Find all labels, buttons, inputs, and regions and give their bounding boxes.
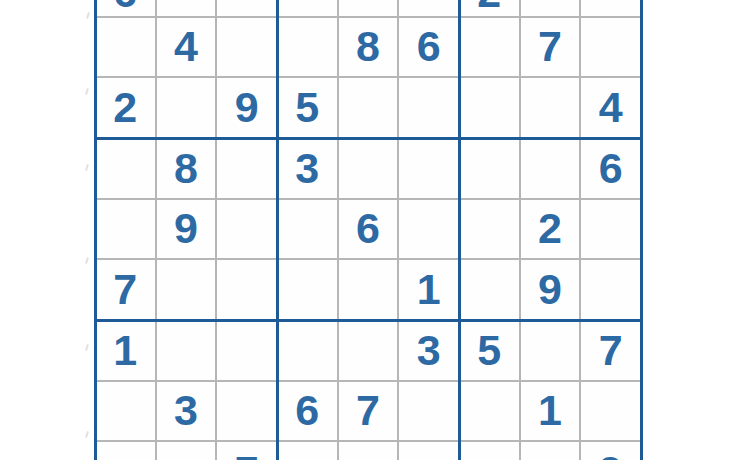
cell-r4c7[interactable]	[459, 138, 520, 199]
cell-r6c8[interactable]: 9	[520, 259, 581, 320]
cell-r2c2[interactable]: 4	[156, 17, 217, 78]
given-digit: 6	[599, 147, 623, 190]
cell-r9c5[interactable]	[338, 441, 399, 460]
margin-artifact	[86, 12, 90, 19]
cell-r8c1[interactable]	[95, 381, 156, 442]
given-digit: 1	[417, 268, 441, 311]
cell-r2c8[interactable]: 7	[520, 17, 581, 78]
cell-r1c1[interactable]: 6	[95, 0, 156, 17]
cell-r7c1[interactable]: 1	[95, 320, 156, 381]
cell-r4c3[interactable]	[216, 138, 277, 199]
cell-r1c2[interactable]	[156, 0, 217, 17]
cell-r3c1[interactable]: 2	[95, 77, 156, 138]
cell-r5c6[interactable]	[398, 199, 459, 260]
cell-r4c6[interactable]	[398, 138, 459, 199]
given-digit: 7	[356, 389, 380, 432]
cell-r8c4[interactable]: 6	[277, 381, 338, 442]
cell-r8c2[interactable]: 3	[156, 381, 217, 442]
cell-r5c2[interactable]: 9	[156, 199, 217, 260]
given-digit: 4	[599, 86, 623, 129]
cell-r3c2[interactable]	[156, 77, 217, 138]
cell-r1c4[interactable]	[277, 0, 338, 17]
cell-r8c3[interactable]	[216, 381, 277, 442]
cell-r6c1[interactable]: 7	[95, 259, 156, 320]
given-digit: 9	[538, 268, 562, 311]
cell-r9c7[interactable]	[459, 441, 520, 460]
cell-r4c5[interactable]	[338, 138, 399, 199]
cell-r9c8[interactable]	[520, 441, 581, 460]
sudoku-board: 62486729548369627191357367179	[95, 0, 641, 460]
given-digit: 2	[477, 0, 501, 14]
cell-r2c9[interactable]	[580, 17, 641, 78]
cell-r3c6[interactable]	[398, 77, 459, 138]
cell-r5c8[interactable]: 2	[520, 199, 581, 260]
cell-r7c2[interactable]	[156, 320, 217, 381]
given-digit: 9	[599, 450, 623, 460]
cell-r9c1[interactable]	[95, 441, 156, 460]
given-digit: 6	[356, 207, 380, 250]
cell-r6c6[interactable]: 1	[398, 259, 459, 320]
given-digit: 7	[538, 25, 562, 68]
margin-artifact	[85, 344, 89, 351]
margin-artifact	[85, 164, 89, 171]
cell-r1c7[interactable]: 2	[459, 0, 520, 17]
given-digit: 6	[113, 0, 137, 14]
cell-r8c7[interactable]	[459, 381, 520, 442]
cell-r7c9[interactable]: 7	[580, 320, 641, 381]
cell-r5c9[interactable]	[580, 199, 641, 260]
cell-r9c3[interactable]: 7	[216, 441, 277, 460]
given-digit: 7	[235, 450, 259, 460]
cell-r4c2[interactable]: 8	[156, 138, 217, 199]
cell-r3c8[interactable]	[520, 77, 581, 138]
cell-r3c4[interactable]: 5	[277, 77, 338, 138]
cell-r8c5[interactable]: 7	[338, 381, 399, 442]
cell-r7c7[interactable]: 5	[459, 320, 520, 381]
cell-r5c4[interactable]	[277, 199, 338, 260]
cell-r5c5[interactable]: 6	[338, 199, 399, 260]
given-digit: 7	[599, 329, 623, 372]
cell-r5c7[interactable]	[459, 199, 520, 260]
sudoku-screenshot: 62486729548369627191357367179	[0, 0, 736, 460]
cell-r7c3[interactable]	[216, 320, 277, 381]
cell-r9c4[interactable]	[277, 441, 338, 460]
cell-r4c4[interactable]: 3	[277, 138, 338, 199]
margin-artifact	[85, 88, 89, 95]
cell-r6c4[interactable]	[277, 259, 338, 320]
cell-r9c2[interactable]	[156, 441, 217, 460]
cell-r6c7[interactable]	[459, 259, 520, 320]
cell-r9c6[interactable]	[398, 441, 459, 460]
cell-r8c6[interactable]	[398, 381, 459, 442]
given-digit: 8	[174, 147, 198, 190]
given-digit: 5	[477, 329, 501, 372]
cell-r5c1[interactable]	[95, 199, 156, 260]
cell-r3c7[interactable]	[459, 77, 520, 138]
cell-r1c6[interactable]	[398, 0, 459, 17]
cell-r5c3[interactable]	[216, 199, 277, 260]
given-digit: 8	[356, 25, 380, 68]
given-digit: 9	[235, 86, 259, 129]
cell-r2c7[interactable]	[459, 17, 520, 78]
cell-r2c3[interactable]	[216, 17, 277, 78]
given-digit: 3	[174, 389, 198, 432]
cell-r7c8[interactable]	[520, 320, 581, 381]
cell-r4c9[interactable]: 6	[580, 138, 641, 199]
cell-r2c5[interactable]: 8	[338, 17, 399, 78]
given-digit: 2	[113, 86, 137, 129]
given-digit: 5	[295, 86, 319, 129]
given-digit: 4	[174, 25, 198, 68]
cell-r7c5[interactable]	[338, 320, 399, 381]
given-digit: 2	[538, 207, 562, 250]
cell-r7c6[interactable]: 3	[398, 320, 459, 381]
cell-r4c8[interactable]	[520, 138, 581, 199]
cell-r6c9[interactable]	[580, 259, 641, 320]
given-digit: 3	[417, 329, 441, 372]
given-digit: 9	[174, 207, 198, 250]
cell-r4c1[interactable]	[95, 138, 156, 199]
cell-r6c5[interactable]	[338, 259, 399, 320]
cell-r1c5[interactable]	[338, 0, 399, 17]
given-digit: 7	[113, 268, 137, 311]
given-digit: 1	[113, 329, 137, 372]
cell-r2c1[interactable]	[95, 17, 156, 78]
cell-r1c8[interactable]	[520, 0, 581, 17]
cell-r6c3[interactable]	[216, 259, 277, 320]
cell-r6c2[interactable]	[156, 259, 217, 320]
given-digit: 6	[417, 25, 441, 68]
given-digit: 6	[295, 389, 319, 432]
cell-r1c9[interactable]	[580, 0, 641, 17]
cell-r8c9[interactable]	[580, 381, 641, 442]
margin-artifact	[85, 431, 89, 438]
cell-r3c5[interactable]	[338, 77, 399, 138]
given-digit: 1	[538, 389, 562, 432]
margin-artifact	[85, 257, 89, 264]
cell-r2c6[interactable]: 6	[398, 17, 459, 78]
cell-r9c9[interactable]: 9	[580, 441, 641, 460]
cell-r3c3[interactable]: 9	[216, 77, 277, 138]
cell-r8c8[interactable]: 1	[520, 381, 581, 442]
cell-r1c3[interactable]	[216, 0, 277, 17]
cell-r3c9[interactable]: 4	[580, 77, 641, 138]
cell-r7c4[interactable]	[277, 320, 338, 381]
cell-r2c4[interactable]	[277, 17, 338, 78]
given-digit: 3	[295, 147, 319, 190]
